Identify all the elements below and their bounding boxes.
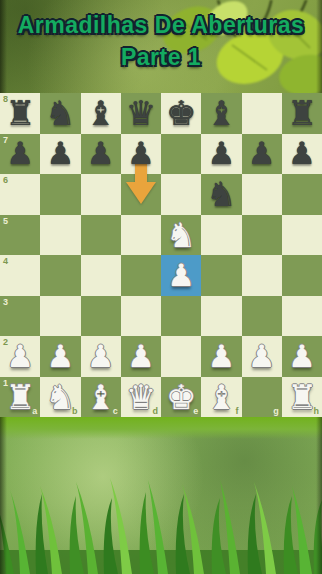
square-d2[interactable]: ♟ <box>121 336 161 377</box>
rank-label-7: 7 <box>3 136 8 145</box>
square-d8[interactable]: ♛ <box>121 93 161 134</box>
grass-blades-illustration <box>0 464 322 574</box>
square-e1[interactable]: e♚ <box>161 377 201 418</box>
square-c2[interactable]: ♟ <box>81 336 121 377</box>
square-g4[interactable] <box>242 255 282 296</box>
square-h7[interactable]: ♟ <box>282 134 322 175</box>
rank-label-6: 6 <box>3 176 8 185</box>
square-c4[interactable] <box>81 255 121 296</box>
white-king[interactable]: ♚ <box>166 380 196 414</box>
square-a2[interactable]: 2♟ <box>0 336 40 377</box>
white-pawn[interactable]: ♟ <box>6 341 34 372</box>
black-pawn[interactable]: ♟ <box>46 138 74 169</box>
square-f5[interactable] <box>201 215 241 256</box>
title-line-2: Parte 1 <box>121 45 201 70</box>
square-b4[interactable] <box>40 255 80 296</box>
square-f2[interactable]: ♟ <box>201 336 241 377</box>
square-c7[interactable]: ♟ <box>81 134 121 175</box>
square-b2[interactable]: ♟ <box>40 336 80 377</box>
black-rook[interactable]: ♜ <box>5 96 35 130</box>
white-pawn[interactable]: ♟ <box>167 260 195 291</box>
rank-label-1: 1 <box>3 379 8 388</box>
square-g6[interactable] <box>242 174 282 215</box>
square-e5[interactable]: ♞ <box>161 215 201 256</box>
square-a8[interactable]: 8♜ <box>0 93 40 134</box>
white-knight[interactable]: ♞ <box>166 218 196 252</box>
square-e3[interactable] <box>161 296 201 337</box>
square-h3[interactable] <box>282 296 322 337</box>
rank-label-2: 2 <box>3 338 8 347</box>
black-rook[interactable]: ♜ <box>287 96 317 130</box>
square-e4[interactable]: ♟ <box>161 255 201 296</box>
square-h4[interactable] <box>282 255 322 296</box>
square-e6[interactable] <box>161 174 201 215</box>
square-g3[interactable] <box>242 296 282 337</box>
grass-background <box>0 417 322 574</box>
square-b7[interactable]: ♟ <box>40 134 80 175</box>
square-a6[interactable]: 6 <box>0 174 40 215</box>
white-pawn[interactable]: ♟ <box>248 341 276 372</box>
square-e2[interactable] <box>161 336 201 377</box>
square-e7[interactable] <box>161 134 201 175</box>
square-d4[interactable] <box>121 255 161 296</box>
square-a1[interactable]: 1a♜ <box>0 377 40 418</box>
black-pawn[interactable]: ♟ <box>127 138 155 169</box>
square-c1[interactable]: c♝ <box>81 377 121 418</box>
square-d1[interactable]: d♛ <box>121 377 161 418</box>
square-g1[interactable]: g <box>242 377 282 418</box>
white-pawn[interactable]: ♟ <box>207 341 235 372</box>
square-f8[interactable]: ♝ <box>201 93 241 134</box>
square-b5[interactable] <box>40 215 80 256</box>
rank-label-3: 3 <box>3 298 8 307</box>
square-b6[interactable] <box>40 174 80 215</box>
file-label-h: h <box>314 407 320 416</box>
square-h8[interactable]: ♜ <box>282 93 322 134</box>
square-a4[interactable]: 4 <box>0 255 40 296</box>
video-frame: Armadilhas De Aberturas Parte 1 8♜♞♝♛♚♝♜… <box>0 0 322 574</box>
file-label-e: e <box>193 407 198 416</box>
file-label-b: b <box>72 407 78 416</box>
square-h6[interactable] <box>282 174 322 215</box>
square-b8[interactable]: ♞ <box>40 93 80 134</box>
black-bishop[interactable]: ♝ <box>85 96 115 130</box>
square-d5[interactable] <box>121 215 161 256</box>
square-c8[interactable]: ♝ <box>81 93 121 134</box>
rank-label-5: 5 <box>3 217 8 226</box>
black-pawn[interactable]: ♟ <box>87 138 115 169</box>
square-h1[interactable]: h♜ <box>282 377 322 418</box>
square-g8[interactable] <box>242 93 282 134</box>
white-bishop[interactable]: ♝ <box>85 380 115 414</box>
square-g5[interactable] <box>242 215 282 256</box>
square-c6[interactable] <box>81 174 121 215</box>
black-bishop[interactable]: ♝ <box>206 96 236 130</box>
file-label-d: d <box>153 407 159 416</box>
title-line-1: Armadilhas De Aberturas <box>18 13 305 38</box>
rank-label-8: 8 <box>3 95 8 104</box>
black-queen[interactable]: ♛ <box>126 96 156 130</box>
square-h2[interactable]: ♟ <box>282 336 322 377</box>
file-label-f: f <box>236 407 239 416</box>
square-f6[interactable]: ♞ <box>201 174 241 215</box>
rank-label-4: 4 <box>3 257 8 266</box>
white-pawn[interactable]: ♟ <box>87 341 115 372</box>
white-pawn[interactable]: ♟ <box>46 341 74 372</box>
square-a3[interactable]: 3 <box>0 296 40 337</box>
white-pawn[interactable]: ♟ <box>288 341 316 372</box>
square-a5[interactable]: 5 <box>0 215 40 256</box>
square-f1[interactable]: f♝ <box>201 377 241 418</box>
chess-board[interactable]: 8♜♞♝♛♚♝♜7♟♟♟♟♟♟♟6♞5♞4♟32♟♟♟♟♟♟♟1a♜b♞c♝d♛… <box>0 93 322 417</box>
black-pawn[interactable]: ♟ <box>248 138 276 169</box>
square-c3[interactable] <box>81 296 121 337</box>
square-f7[interactable]: ♟ <box>201 134 241 175</box>
square-e8[interactable]: ♚ <box>161 93 201 134</box>
file-label-a: a <box>32 407 37 416</box>
square-g7[interactable]: ♟ <box>242 134 282 175</box>
square-b3[interactable] <box>40 296 80 337</box>
square-c5[interactable] <box>81 215 121 256</box>
black-pawn[interactable]: ♟ <box>288 138 316 169</box>
video-title: Armadilhas De Aberturas Parte 1 <box>0 13 322 71</box>
square-d3[interactable] <box>121 296 161 337</box>
white-bishop[interactable]: ♝ <box>206 380 236 414</box>
sunlit-band <box>0 417 322 439</box>
white-rook[interactable]: ♜ <box>5 380 35 414</box>
square-f3[interactable] <box>201 296 241 337</box>
black-knight[interactable]: ♞ <box>45 96 75 130</box>
square-f4[interactable] <box>201 255 241 296</box>
black-pawn[interactable]: ♟ <box>6 138 34 169</box>
black-pawn[interactable]: ♟ <box>207 138 235 169</box>
white-pawn[interactable]: ♟ <box>127 341 155 372</box>
square-h5[interactable] <box>282 215 322 256</box>
black-knight[interactable]: ♞ <box>206 177 236 211</box>
square-g2[interactable]: ♟ <box>242 336 282 377</box>
file-label-c: c <box>113 407 118 416</box>
square-b1[interactable]: b♞ <box>40 377 80 418</box>
square-a7[interactable]: 7♟ <box>0 134 40 175</box>
black-king[interactable]: ♚ <box>166 96 196 130</box>
file-label-g: g <box>273 407 279 416</box>
